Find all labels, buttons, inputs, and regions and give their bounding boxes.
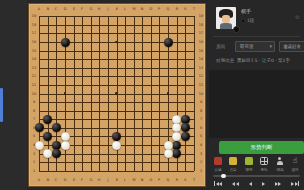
coord-number-right: 18 [198,23,203,26]
coord-number-left: 15 [32,49,37,52]
rewind-button[interactable] [232,179,239,188]
forward-button[interactable] [275,179,282,188]
player-name: 棋手 [241,8,251,14]
stone-white-A4 [35,141,44,150]
coord-letter-bottom: M [131,178,136,181]
grid-line [39,102,194,103]
stone-white-R5 [172,132,181,141]
star-point [115,92,117,94]
coord-letter-top: Q [166,7,171,10]
coord-letter-top: A [37,7,42,10]
coord-number-left: 14 [32,57,37,60]
coord-number-right: 15 [198,49,203,52]
move-scrubber[interactable] [213,175,300,177]
divider [213,36,300,37]
playback-controls [214,179,299,188]
tool-observe-button[interactable]: 观战 [273,157,287,174]
tool-label: 变化 [261,167,268,172]
coord-number-right: 16 [198,40,203,43]
coord-number-right: 7 [198,118,203,121]
coord-number-right: 5 [198,135,203,138]
coord-number-left: 2 [32,160,37,163]
star-point [167,92,169,94]
coord-letter-bottom: R [174,178,179,181]
stone-black-K5 [112,132,121,141]
coord-letter-top: B [46,7,51,10]
grid-line [151,16,152,171]
black-stone-icon [241,19,245,23]
black-stone-badge [233,26,240,33]
coord-letter-bottom: Q [166,178,171,181]
coord-number-right: 2 [198,160,203,163]
stone-white-D4 [61,141,70,150]
coord-letter-bottom: K [114,178,119,181]
tool-label: 研究 [245,167,252,172]
coord-number-right: 12 [198,75,203,78]
coord-number-right: 10 [198,92,203,95]
stone-black-S6 [181,123,190,132]
coord-number-right: 9 [198,100,203,103]
coord-number-left: 1 [32,169,37,172]
coord-number-right: 4 [198,143,203,146]
coord-letter-top: F [80,7,85,10]
stone-black-Q16 [164,38,173,47]
coord-letter-top: N [140,7,145,10]
coord-letter-top: J [106,7,111,10]
coord-letter-top: G [88,7,93,10]
coord-number-right: 14 [198,57,203,60]
coord-number-left: 11 [32,83,37,86]
coord-number-right: 19 [198,15,203,18]
tool-variation-button[interactable]: 变化 [257,157,271,174]
bar-glyph [298,181,299,186]
tool-label: 观战 [276,167,283,172]
coord-letter-bottom: B [46,178,51,181]
coord-letter-top: E [71,7,76,10]
coord-number-left: 16 [32,40,37,43]
tool-bar: 认输点目研究变化观战☝邀请 [211,157,302,174]
coord-letter-bottom: F [80,178,85,181]
first-move-button[interactable] [214,179,222,188]
coord-letter-top: L [123,7,128,10]
coord-letter-top: K [114,7,119,10]
last-move-button[interactable] [291,179,299,188]
coord-number-left: 12 [32,75,37,78]
grid-line [159,16,160,171]
star-point [64,92,66,94]
coord-number-right: 1 [198,169,203,172]
sidebar-scroll-indicator [0,88,3,122]
triangle-glyph [262,182,265,186]
player-avatar[interactable] [216,7,236,29]
tool-label: 邀请 [291,167,298,172]
coord-number-right: 3 [198,152,203,155]
coord-letter-top: O [149,7,154,10]
coord-letter-top: C [54,7,59,10]
grid-line [185,16,186,171]
invite-button[interactable]: 邀请好友 [279,41,304,52]
grid-line [39,128,194,129]
grid-line [142,16,143,171]
go-app-window: { "game": "go", "board": { "size": 19, "… [0,0,304,190]
coord-letter-bottom: L [123,178,128,181]
coord-letter-bottom: S [183,178,188,181]
coord-number-right: 6 [198,126,203,129]
player-rank: 1段 [241,18,254,23]
next-move-button[interactable] [262,179,265,188]
coord-number-right: 17 [198,32,203,35]
left-sidebar [0,0,27,190]
study-icon [245,157,253,165]
coord-letter-top: S [183,7,188,10]
coord-number-left: 10 [32,92,37,95]
coord-letter-top: R [174,7,179,10]
tool-study-button[interactable]: 研究 [242,157,256,174]
coord-letter-bottom: D [63,178,68,181]
coord-letter-bottom: P [157,178,162,181]
coord-letter-top: M [131,7,136,10]
coord-number-left: 5 [32,135,37,138]
follow-star-icon[interactable]: ☆ [295,13,300,20]
coord-letter-bottom: G [88,178,93,181]
chat-area[interactable] [209,70,304,138]
triangle-glyph [219,182,222,186]
triangle-glyph [278,182,281,186]
scrubber-handle[interactable] [221,174,226,179]
game-info-label: 对局信息 [216,58,234,63]
resign-icon [214,157,222,165]
chevron-down-icon: ▾ [269,42,272,51]
coord-number-left: 8 [32,109,37,112]
stone-black-C3 [52,149,61,158]
tool-invite-button[interactable]: ☝邀请 [288,157,302,174]
stone-black-D16 [61,38,70,47]
coord-number-right: 13 [198,66,203,69]
variation-icon [260,157,268,165]
coord-letter-top: P [157,7,162,10]
tool-count-button[interactable]: 点目 [226,157,240,174]
coord-number-right: 8 [198,109,203,112]
grid-line [39,162,194,163]
coord-number-left: 17 [32,32,37,35]
coord-letter-bottom: J [106,178,111,181]
grid-line [39,171,194,172]
coord-number-left: 9 [32,100,37,103]
observe-icon [276,157,284,165]
coord-letter-bottom: H [97,178,102,181]
coord-letter-bottom: N [140,178,145,181]
triangle-glyph [236,182,239,186]
grid-line [125,16,126,171]
coord-number-left: 13 [32,66,37,69]
invite-icon: ☝ [291,157,299,165]
stone-white-D5 [61,132,70,141]
stone-white-Q3 [164,149,173,158]
tool-label: 点目 [230,167,237,172]
coord-letter-bottom: E [71,178,76,181]
analysis-button[interactable]: 形势判断 [219,141,304,154]
grid-line [134,16,135,171]
coord-number-left: 3 [32,152,37,155]
star-point [115,41,117,43]
stone-white-K4 [112,141,121,150]
coord-number-left: 7 [32,118,37,121]
prev-move-button[interactable] [249,179,252,188]
last-move-marker [115,135,118,138]
coord-number-left: 19 [32,15,37,18]
coord-letter-bottom: A [37,178,42,181]
grid-line [194,16,195,171]
go-board[interactable]: AA1919BB1818CC1717DD1616EE1515FF1414GG13… [28,3,206,187]
tool-label: 认输 [214,167,221,172]
coord-letter-bottom: T [191,178,196,181]
room-label: 房间 [216,44,225,49]
triangle-glyph [249,182,252,186]
coord-letter-top: D [63,7,68,10]
game-info-value: 黑贴目7.5 · 让子0 · 第1手 [237,58,303,63]
coord-letter-bottom: C [54,178,59,181]
room-dropdown[interactable]: 研究室 ▾ [235,41,275,52]
coord-letter-top: T [191,7,196,10]
coord-letter-bottom: O [149,178,154,181]
coord-number-right: 11 [198,83,203,86]
grid-line [39,111,194,112]
grid-line [39,119,194,120]
coord-number-left: 18 [32,23,37,26]
avatar-body [220,23,232,29]
count-icon [229,157,237,165]
coord-letter-top: H [97,7,102,10]
right-panel: 棋手 1段 ☆ 房间 研究室 ▾ 邀请好友 对局信息 黑贴目7.5 · 让子0 … [209,0,304,190]
stone-black-S5 [181,132,190,141]
avatar-face [222,15,230,23]
tool-resign-button[interactable]: 认输 [211,157,225,174]
